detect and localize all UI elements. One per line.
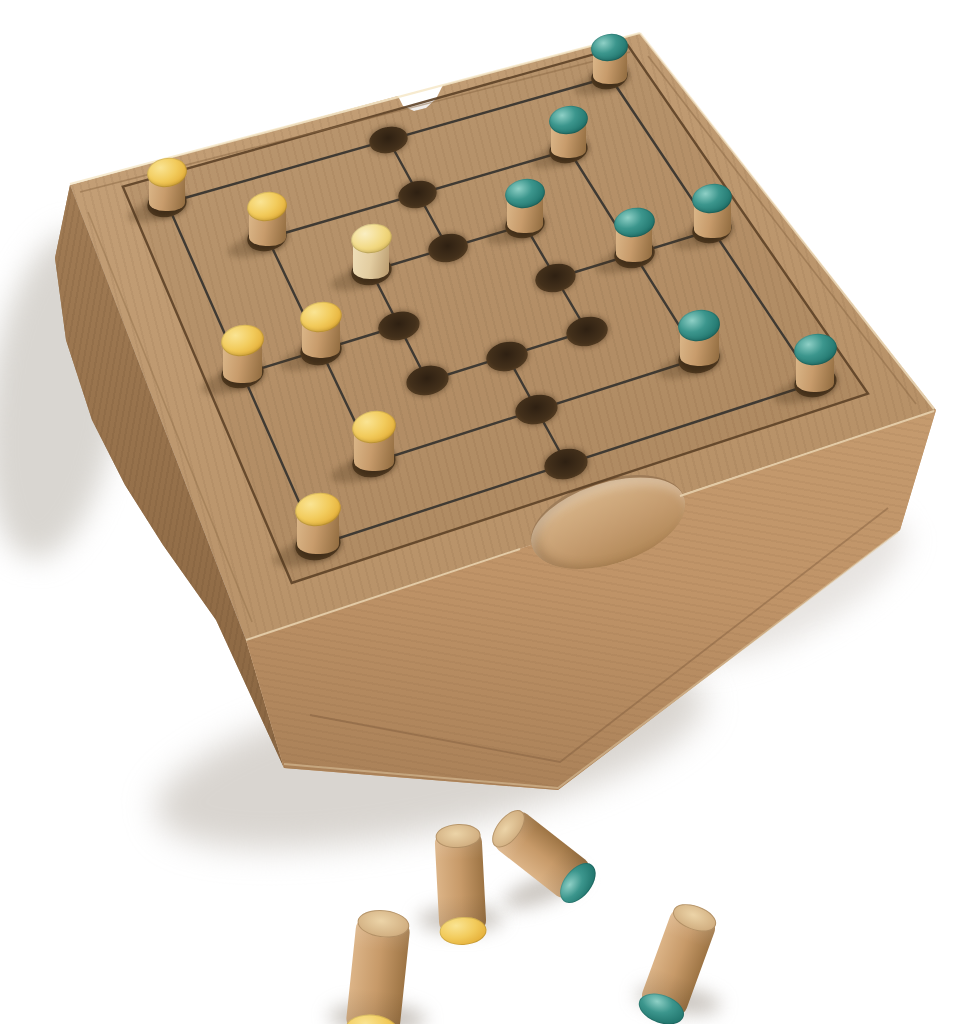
point-d6[interactable] xyxy=(396,177,440,211)
point-c3[interactable] xyxy=(403,362,451,399)
loose-peg-1-yellow[interactable] xyxy=(345,910,412,1024)
point-d7[interactable] xyxy=(367,123,410,157)
point-c4[interactable] xyxy=(376,308,423,345)
loose-peg-2-yellow[interactable] xyxy=(434,826,487,938)
point-d2[interactable] xyxy=(513,391,562,429)
point-e3[interactable] xyxy=(564,313,611,350)
point-d5[interactable] xyxy=(425,230,470,265)
point-e4[interactable] xyxy=(533,260,579,296)
board-layer xyxy=(0,0,967,1024)
scene xyxy=(0,0,967,1024)
point-d1[interactable] xyxy=(542,445,592,484)
point-d3[interactable] xyxy=(483,337,530,374)
peg-top xyxy=(438,916,486,947)
